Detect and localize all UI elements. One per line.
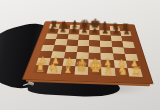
piece-white-king-e1[interactable]: ♚ <box>88 59 102 76</box>
piece-black-pawn-h7[interactable]: ♟ <box>121 29 132 37</box>
piece-black-pawn-b7[interactable]: ♟ <box>58 26 69 34</box>
piece-white-queen-d1[interactable]: ♛ <box>74 60 88 75</box>
piece-black-pawn-a7[interactable]: ♟ <box>47 26 58 34</box>
piece-white-knight-g1[interactable]: ♞ <box>115 63 129 76</box>
square-h1[interactable]: ♜ <box>127 68 142 77</box>
square-b7[interactable]: ♟ <box>58 29 70 34</box>
square-d7[interactable]: ♟ <box>79 30 90 35</box>
square-f7[interactable]: ♟ <box>100 30 111 35</box>
piece-black-pawn-g7[interactable]: ♟ <box>110 28 121 36</box>
piece-white-knight-b1[interactable]: ♞ <box>47 61 61 74</box>
square-e7[interactable]: ♟ <box>89 30 100 35</box>
piece-white-rook-h1[interactable]: ♜ <box>129 65 143 77</box>
chess-set-photo: ♜♞♝♛♚♝♞♜♟♟♟♟♟♟♟♟♟♟♟♟♟♟♟♟♜♞♝♛♚♝♞♜ <box>0 0 160 110</box>
square-h7[interactable]: ♟ <box>120 31 132 36</box>
piece-black-pawn-f7[interactable]: ♟ <box>100 28 111 36</box>
piece-white-bishop-f1[interactable]: ♝ <box>102 62 116 76</box>
chessboard-wrapper: ♜♞♝♛♚♝♞♜♟♟♟♟♟♟♟♟♟♟♟♟♟♟♟♟♜♞♝♛♚♝♞♜ <box>22 0 159 84</box>
square-b1[interactable]: ♞ <box>47 65 62 74</box>
piece-white-bishop-c1[interactable]: ♝ <box>61 61 75 75</box>
square-c1[interactable]: ♝ <box>61 66 76 75</box>
piece-black-pawn-e7[interactable]: ♟ <box>89 28 100 36</box>
square-c7[interactable]: ♟ <box>68 29 79 34</box>
piece-black-pawn-d7[interactable]: ♟ <box>79 27 90 35</box>
piece-black-pawn-c7[interactable]: ♟ <box>68 27 79 35</box>
chessboard: ♜♞♝♛♚♝♞♜♟♟♟♟♟♟♟♟♟♟♟♟♟♟♟♟♜♞♝♛♚♝♞♜ <box>22 21 154 84</box>
square-d1[interactable]: ♛ <box>74 66 88 75</box>
square-e1[interactable]: ♚ <box>88 67 102 76</box>
square-g7[interactable]: ♟ <box>110 31 121 36</box>
square-g1[interactable]: ♞ <box>114 68 129 77</box>
square-f1[interactable]: ♝ <box>101 67 115 76</box>
piece-white-rook-a1[interactable]: ♜ <box>33 62 47 74</box>
